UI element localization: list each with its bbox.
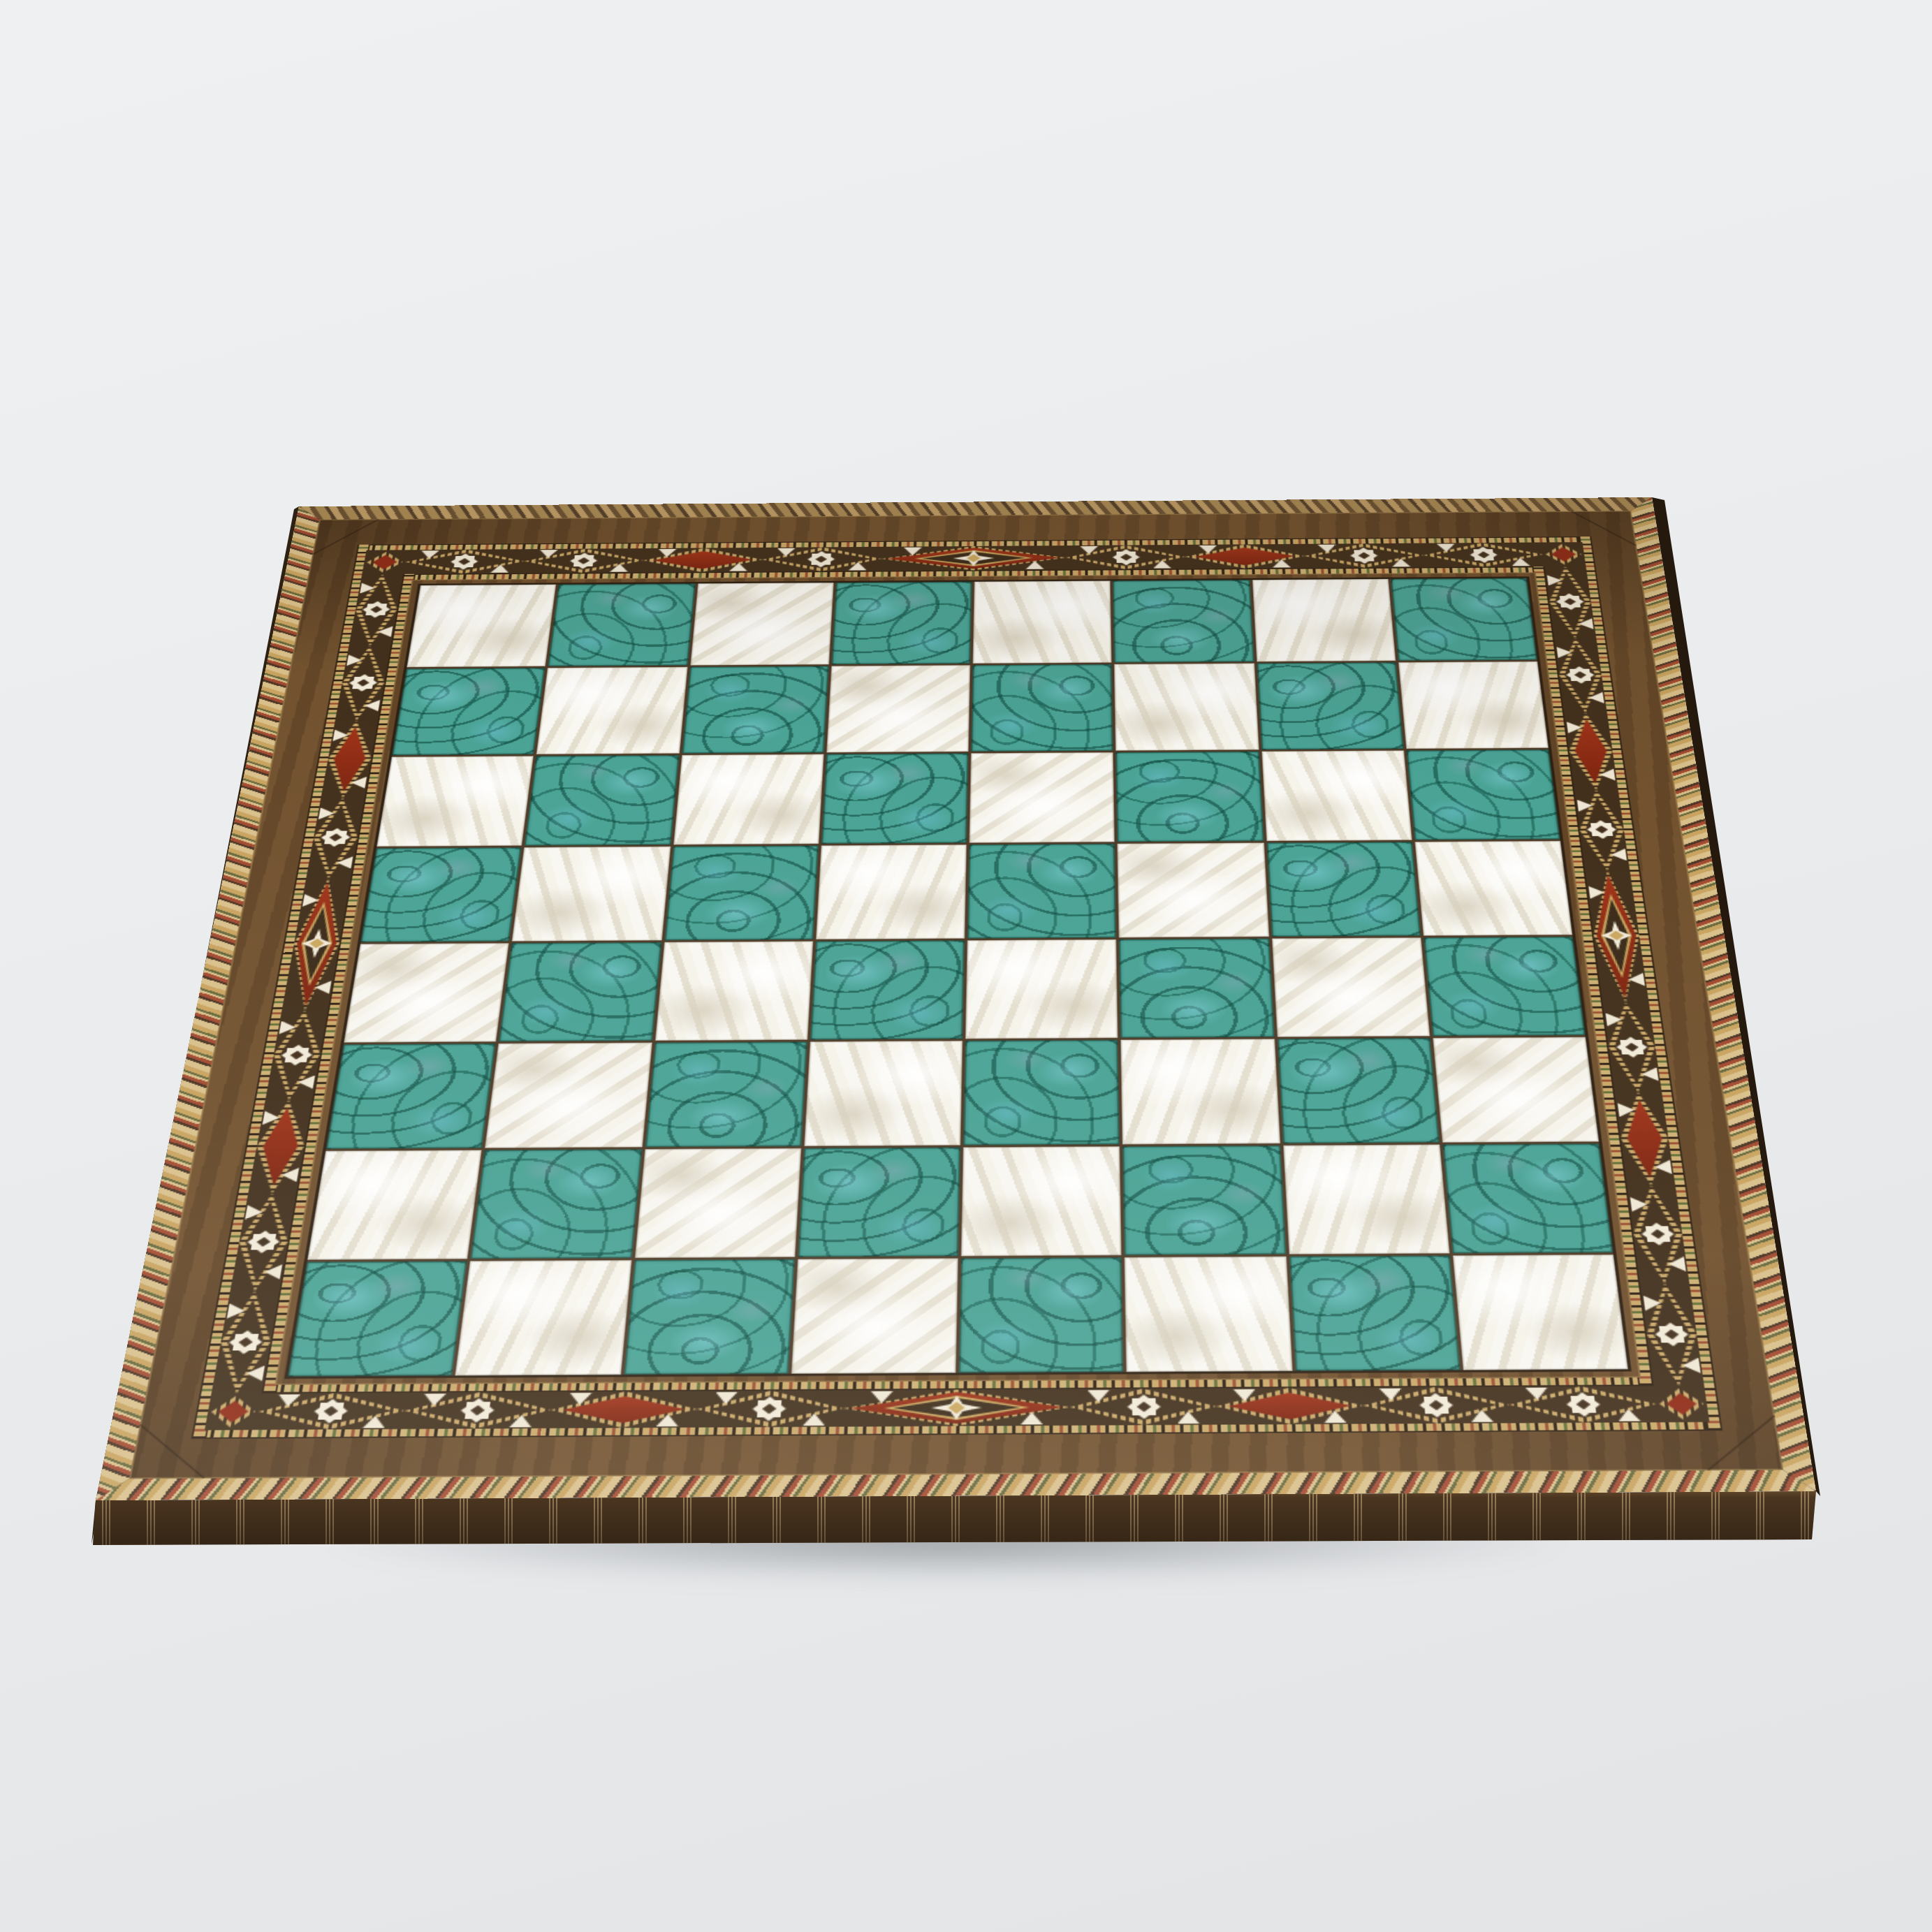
- square-b8[interactable]: [548, 583, 695, 666]
- square-b3[interactable]: [485, 1043, 651, 1148]
- square-g2[interactable]: [1282, 1144, 1449, 1254]
- mosaic-star: [1066, 545, 1185, 570]
- square-c4[interactable]: [654, 942, 812, 1041]
- square-f8[interactable]: [1113, 580, 1254, 663]
- chess-board: [96, 497, 1816, 1500]
- square-b6[interactable]: [525, 754, 679, 845]
- square-b1[interactable]: [455, 1260, 631, 1376]
- square-b7[interactable]: [537, 667, 687, 754]
- square-a1[interactable]: [288, 1261, 467, 1377]
- mosaic-medallion: [881, 546, 1066, 571]
- square-f2[interactable]: [1123, 1145, 1285, 1254]
- square-e5[interactable]: [967, 844, 1116, 939]
- mosaic-band-bottom: [256, 1386, 1659, 1430]
- square-c5[interactable]: [664, 845, 819, 940]
- square-f6[interactable]: [1116, 751, 1263, 842]
- square-e7[interactable]: [971, 664, 1113, 751]
- square-e3[interactable]: [963, 1040, 1120, 1145]
- square-h5[interactable]: [1414, 841, 1572, 936]
- square-f4[interactable]: [1120, 939, 1274, 1038]
- mosaic-red-diamond: [549, 1391, 698, 1428]
- mosaic-star: [402, 1392, 553, 1429]
- square-c7[interactable]: [682, 666, 828, 753]
- square-d6[interactable]: [821, 753, 969, 844]
- square-d8[interactable]: [831, 582, 972, 665]
- square-d4[interactable]: [810, 940, 965, 1039]
- square-c1[interactable]: [623, 1259, 794, 1375]
- photo-stage: [0, 0, 1932, 1932]
- square-h3[interactable]: [1433, 1037, 1599, 1142]
- mosaic-red-diamond: [642, 548, 763, 573]
- mosaic-corner-diamond: [362, 550, 407, 574]
- mosaic-red-diamond: [1185, 544, 1305, 569]
- square-d7[interactable]: [826, 666, 970, 752]
- square-a2[interactable]: [307, 1150, 482, 1259]
- square-e6[interactable]: [969, 752, 1115, 843]
- square-d1[interactable]: [791, 1258, 958, 1374]
- mosaic-star: [1303, 543, 1425, 569]
- square-e2[interactable]: [961, 1146, 1122, 1256]
- mosaic-star: [761, 547, 882, 572]
- square-f1[interactable]: [1125, 1256, 1292, 1372]
- mosaic-star: [403, 549, 526, 574]
- mosaic-star: [696, 1390, 844, 1427]
- square-a6[interactable]: [377, 756, 534, 847]
- square-c8[interactable]: [690, 583, 833, 666]
- square-c3[interactable]: [645, 1042, 807, 1147]
- square-a5[interactable]: [361, 847, 522, 942]
- square-d3[interactable]: [804, 1041, 963, 1146]
- playing-grid: [288, 578, 1627, 1377]
- square-e1[interactable]: [959, 1257, 1124, 1373]
- square-h2[interactable]: [1442, 1143, 1613, 1253]
- square-h6[interactable]: [1406, 749, 1560, 840]
- square-a7[interactable]: [393, 668, 546, 755]
- mosaic-corner-diamond: [205, 1393, 262, 1430]
- square-f3[interactable]: [1121, 1039, 1279, 1144]
- square-h7[interactable]: [1398, 661, 1549, 748]
- square-g6[interactable]: [1261, 750, 1412, 841]
- square-a3[interactable]: [326, 1044, 496, 1148]
- square-b4[interactable]: [499, 942, 661, 1041]
- square-g7[interactable]: [1257, 663, 1403, 749]
- square-g8[interactable]: [1252, 579, 1395, 662]
- mosaic-star: [1361, 1386, 1511, 1424]
- mosaic-star: [522, 548, 645, 573]
- mosaic-star: [1507, 1386, 1658, 1423]
- square-c2[interactable]: [634, 1148, 800, 1257]
- square-g5[interactable]: [1266, 842, 1421, 937]
- mosaic-red-diamond: [1216, 1387, 1364, 1424]
- mosaic-medallion: [842, 1389, 1070, 1427]
- square-g4[interactable]: [1271, 937, 1429, 1037]
- square-e8[interactable]: [973, 581, 1112, 664]
- square-e4[interactable]: [965, 939, 1118, 1039]
- square-a8[interactable]: [407, 585, 557, 668]
- square-h1[interactable]: [1453, 1254, 1628, 1370]
- square-b5[interactable]: [513, 847, 670, 942]
- mosaic-star: [256, 1393, 407, 1430]
- square-a4[interactable]: [344, 943, 508, 1042]
- square-b2[interactable]: [471, 1149, 641, 1259]
- square-d2[interactable]: [798, 1147, 960, 1257]
- square-h4[interactable]: [1424, 937, 1586, 1036]
- square-c6[interactable]: [673, 754, 824, 844]
- mosaic-star: [1422, 543, 1544, 568]
- square-h8[interactable]: [1391, 578, 1537, 661]
- square-g1[interactable]: [1289, 1255, 1460, 1371]
- square-d5[interactable]: [816, 844, 967, 939]
- mosaic-corner-diamond: [1542, 542, 1586, 566]
- square-f7[interactable]: [1115, 664, 1259, 750]
- mosaic-corner-diamond: [1653, 1386, 1709, 1423]
- square-g3[interactable]: [1277, 1039, 1439, 1143]
- mosaic-star: [1070, 1388, 1217, 1425]
- square-f5[interactable]: [1118, 842, 1268, 937]
